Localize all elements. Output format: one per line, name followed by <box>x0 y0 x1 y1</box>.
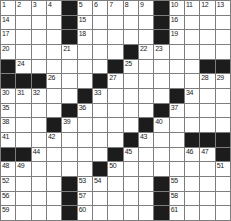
cell-r6c15[interactable]: 29 <box>216 74 230 88</box>
cell-r3c2[interactable] <box>16 30 30 44</box>
cell-r15c12[interactable]: 61 <box>170 206 184 220</box>
cell-r9c11[interactable]: 40 <box>154 118 168 132</box>
cell-r3c14[interactable] <box>200 30 214 44</box>
cell-r1c3[interactable]: 3 <box>32 1 46 15</box>
clue-number: 52 <box>2 177 9 184</box>
clue-number: 28 <box>201 74 208 81</box>
clue-number: 23 <box>155 45 162 52</box>
cell-r14c7[interactable] <box>93 192 107 206</box>
clue-number: 24 <box>17 60 24 67</box>
clue-number: 51 <box>217 162 224 169</box>
cell-r3c1[interactable]: 17 <box>1 30 15 44</box>
cell-r11c15 <box>216 148 230 162</box>
cell-r13c6[interactable]: 53 <box>78 177 92 191</box>
clue-number: 53 <box>79 177 86 184</box>
cell-r12c14[interactable] <box>200 162 214 176</box>
cell-r9c7[interactable] <box>93 118 107 132</box>
cell-r11c5[interactable] <box>62 148 76 162</box>
clue-number: 22 <box>140 45 147 52</box>
cell-r3c6[interactable]: 18 <box>78 30 92 44</box>
cell-r4c2[interactable] <box>16 45 30 59</box>
clue-number: 32 <box>33 89 40 96</box>
cell-r2c14[interactable] <box>200 16 214 30</box>
clue-number: 6 <box>94 1 98 8</box>
clue-number: 41 <box>2 133 9 140</box>
cell-r8c12[interactable]: 37 <box>170 104 184 118</box>
cell-r6c5[interactable] <box>62 74 76 88</box>
cell-r12c2[interactable]: 49 <box>16 162 30 176</box>
cell-r13c15[interactable] <box>216 177 230 191</box>
cell-r8c11 <box>154 104 168 118</box>
cell-r8c3[interactable] <box>32 104 46 118</box>
clue-number: 35 <box>2 104 9 111</box>
cell-r1c13[interactable]: 11 <box>185 1 199 15</box>
cell-r15c8[interactable] <box>108 206 122 220</box>
cell-r10c12[interactable] <box>170 133 184 147</box>
cell-r4c14[interactable] <box>200 45 214 59</box>
cell-r2c8[interactable] <box>108 16 122 30</box>
clue-number: 50 <box>109 162 116 169</box>
clue-number: 49 <box>17 162 24 169</box>
cell-r8c9[interactable] <box>124 104 138 118</box>
cell-r5c4[interactable] <box>47 60 61 74</box>
clue-number: 26 <box>48 74 55 81</box>
cell-r7c8[interactable] <box>108 89 122 103</box>
cell-r5c14 <box>200 60 214 74</box>
cell-r7c15[interactable] <box>216 89 230 103</box>
cell-r13c9[interactable] <box>124 177 138 191</box>
cell-r11c4[interactable] <box>47 148 61 162</box>
cell-r8c8[interactable] <box>108 104 122 118</box>
cell-r1c14[interactable]: 12 <box>200 1 214 15</box>
cell-r3c5 <box>62 30 76 44</box>
cell-r6c10[interactable] <box>139 74 153 88</box>
cell-r12c7 <box>93 162 107 176</box>
cell-r13c8[interactable] <box>108 177 122 191</box>
cell-r5c1 <box>1 60 15 74</box>
clue-number: 61 <box>171 206 178 213</box>
clue-number: 43 <box>140 133 147 140</box>
clue-number: 16 <box>171 16 178 23</box>
cell-r11c3[interactable]: 44 <box>32 148 46 162</box>
cell-r4c11[interactable]: 23 <box>154 45 168 59</box>
clue-number: 55 <box>171 177 178 184</box>
cell-r9c15[interactable] <box>216 118 230 132</box>
cell-r9c4 <box>47 118 61 132</box>
cell-r2c7[interactable] <box>93 16 107 30</box>
cell-r11c1 <box>1 148 15 162</box>
cell-r5c9[interactable]: 25 <box>124 60 138 74</box>
cell-r11c11[interactable] <box>154 148 168 162</box>
cell-r10c1[interactable]: 41 <box>1 133 15 147</box>
cell-r8c1[interactable]: 35 <box>1 104 15 118</box>
clue-number: 4 <box>48 1 52 8</box>
cell-r10c4[interactable]: 42 <box>47 133 61 147</box>
cell-r13c10[interactable] <box>139 177 153 191</box>
cell-r9c12[interactable] <box>170 118 184 132</box>
cell-r3c12[interactable]: 19 <box>170 30 184 44</box>
cell-r12c13[interactable] <box>185 162 199 176</box>
cell-r15c1[interactable]: 59 <box>1 206 15 220</box>
cell-r1c11 <box>154 1 168 15</box>
cell-r15c9[interactable] <box>124 206 138 220</box>
cell-r5c15 <box>216 60 230 74</box>
cell-r4c1[interactable]: 20 <box>1 45 15 59</box>
cell-r10c7[interactable] <box>93 133 107 147</box>
clue-number: 60 <box>79 206 86 213</box>
cell-r12c10[interactable] <box>139 162 153 176</box>
cell-r3c11 <box>154 30 168 44</box>
cell-r9c2[interactable] <box>16 118 30 132</box>
cell-r14c1[interactable]: 56 <box>1 192 15 206</box>
clue-number: 15 <box>79 16 86 23</box>
cell-r9c10 <box>139 118 153 132</box>
cell-r15c13[interactable] <box>185 206 199 220</box>
cell-r7c11[interactable] <box>154 89 168 103</box>
cell-r10c11[interactable] <box>154 133 168 147</box>
cell-r7c12 <box>170 89 184 103</box>
clue-number: 45 <box>125 148 132 155</box>
cell-r11c9[interactable]: 45 <box>124 148 138 162</box>
clue-number: 14 <box>2 16 9 23</box>
cell-r14c12[interactable]: 58 <box>170 192 184 206</box>
cell-r2c9[interactable] <box>124 16 138 30</box>
cell-r6c2 <box>16 74 30 88</box>
cell-r7c6 <box>78 89 92 103</box>
cell-r7c7[interactable]: 33 <box>93 89 107 103</box>
cell-r1c6[interactable]: 5 <box>78 1 92 15</box>
cell-r6c12[interactable] <box>170 74 184 88</box>
cell-r6c4[interactable]: 26 <box>47 74 61 88</box>
cell-r10c2[interactable] <box>16 133 30 147</box>
clue-number: 54 <box>94 177 101 184</box>
cell-r15c6[interactable]: 60 <box>78 206 92 220</box>
cell-r13c12[interactable]: 55 <box>170 177 184 191</box>
cell-r8c15[interactable] <box>216 104 230 118</box>
cell-r4c12[interactable] <box>170 45 184 59</box>
clue-number: 38 <box>2 118 9 125</box>
cell-r1c2[interactable]: 2 <box>16 1 30 15</box>
cell-r11c10[interactable] <box>139 148 153 162</box>
cell-r15c3[interactable] <box>32 206 46 220</box>
clue-number: 42 <box>48 133 55 140</box>
cell-r13c1[interactable]: 52 <box>1 177 15 191</box>
cell-r14c14[interactable] <box>200 192 214 206</box>
clue-number: 17 <box>2 30 9 37</box>
cell-r2c6[interactable]: 15 <box>78 16 92 30</box>
cell-r13c14[interactable] <box>200 177 214 191</box>
clue-number: 27 <box>109 74 116 81</box>
cell-r13c4[interactable] <box>47 177 61 191</box>
cell-r5c8 <box>108 60 122 74</box>
cell-r6c1 <box>1 74 15 88</box>
clue-number: 20 <box>2 45 9 52</box>
cell-r2c15[interactable] <box>216 16 230 30</box>
cell-r3c7[interactable] <box>93 30 107 44</box>
cell-r4c3[interactable] <box>32 45 46 59</box>
cell-r2c13[interactable] <box>185 16 199 30</box>
clue-number: 36 <box>79 104 86 111</box>
cell-r3c15[interactable] <box>216 30 230 44</box>
cell-r3c8[interactable] <box>108 30 122 44</box>
cell-r8c2[interactable] <box>16 104 30 118</box>
cell-r8c4[interactable] <box>47 104 61 118</box>
cell-r15c15[interactable] <box>216 206 230 220</box>
cell-r12c1[interactable]: 48 <box>1 162 15 176</box>
clue-number: 12 <box>201 1 208 8</box>
cell-r3c9[interactable] <box>124 30 138 44</box>
clue-number: 10 <box>171 1 178 8</box>
cell-r11c13[interactable]: 46 <box>185 148 199 162</box>
cell-r14c13[interactable] <box>185 192 199 206</box>
cell-r12c4[interactable] <box>47 162 61 176</box>
cell-r6c14[interactable]: 28 <box>200 74 214 88</box>
cell-r14c2[interactable] <box>16 192 30 206</box>
cell-r1c8[interactable]: 7 <box>108 1 122 15</box>
clue-number: 5 <box>79 1 83 8</box>
cell-r14c15[interactable] <box>216 192 230 206</box>
crossword-grid: 1234567891011121314151617181920212223242… <box>0 0 231 221</box>
cell-r15c5 <box>62 206 76 220</box>
clue-number: 40 <box>155 118 162 125</box>
cell-r2c2[interactable] <box>16 16 30 30</box>
cell-r12c3[interactable] <box>32 162 46 176</box>
cell-r12c6[interactable] <box>78 162 92 176</box>
cell-r2c4[interactable] <box>47 16 61 30</box>
clue-number: 11 <box>186 1 192 8</box>
cell-r10c14 <box>200 133 214 147</box>
cell-r12c12[interactable] <box>170 162 184 176</box>
clue-number: 3 <box>33 1 37 8</box>
cell-r4c10[interactable]: 22 <box>139 45 153 59</box>
cell-r2c5 <box>62 16 76 30</box>
cell-r14c11 <box>154 192 168 206</box>
cell-r11c7[interactable] <box>93 148 107 162</box>
cell-r4c15[interactable] <box>216 45 230 59</box>
cell-r4c7[interactable] <box>93 45 107 59</box>
cell-r6c6[interactable] <box>78 74 92 88</box>
cell-r4c8[interactable] <box>108 45 122 59</box>
clue-number: 46 <box>186 148 193 155</box>
cell-r8c5 <box>62 104 76 118</box>
cell-r13c5 <box>62 177 76 191</box>
cell-r1c1[interactable]: 1 <box>1 1 15 15</box>
cell-r14c9[interactable] <box>124 192 138 206</box>
cell-r2c10[interactable] <box>139 16 153 30</box>
cell-r10c10[interactable]: 43 <box>139 133 153 147</box>
cell-r7c5[interactable] <box>62 89 76 103</box>
cell-r15c2[interactable] <box>16 206 30 220</box>
cell-r14c3[interactable] <box>32 192 46 206</box>
cell-r8c7[interactable] <box>93 104 107 118</box>
clue-number: 34 <box>186 89 193 96</box>
cell-r1c12[interactable]: 10 <box>170 1 184 15</box>
cell-r8c14[interactable] <box>200 104 214 118</box>
cell-r1c15[interactable]: 13 <box>216 1 230 15</box>
cell-r2c3[interactable] <box>32 16 46 30</box>
cell-r1c10[interactable]: 9 <box>139 1 153 15</box>
cell-r14c10[interactable] <box>139 192 153 206</box>
cell-r6c8[interactable]: 27 <box>108 74 122 88</box>
cell-r3c13[interactable] <box>185 30 199 44</box>
cell-r5c11[interactable] <box>154 60 168 74</box>
cell-r1c9[interactable]: 8 <box>124 1 138 15</box>
clue-number: 48 <box>2 162 9 169</box>
cell-r15c4[interactable] <box>47 206 61 220</box>
clue-number: 19 <box>171 30 178 37</box>
cell-r11c2 <box>16 148 30 162</box>
cell-r4c6[interactable] <box>78 45 92 59</box>
cell-r9c6[interactable] <box>78 118 92 132</box>
cell-r5c3[interactable] <box>32 60 46 74</box>
cell-r5c6[interactable] <box>78 60 92 74</box>
clue-number: 2 <box>17 1 21 8</box>
cell-r8c10[interactable] <box>139 104 153 118</box>
cell-r10c13 <box>185 133 199 147</box>
cell-r13c13[interactable] <box>185 177 199 191</box>
cell-r1c5 <box>62 1 76 15</box>
cell-r5c10[interactable] <box>139 60 153 74</box>
cell-r12c11[interactable] <box>154 162 168 176</box>
cell-r5c5[interactable] <box>62 60 76 74</box>
cell-r7c2[interactable]: 31 <box>16 89 30 103</box>
cell-r6c11[interactable] <box>154 74 168 88</box>
clue-number: 1 <box>2 1 6 8</box>
cell-r14c4[interactable] <box>47 192 61 206</box>
cell-r12c5[interactable] <box>62 162 76 176</box>
clue-number: 47 <box>201 148 208 155</box>
cell-r12c9[interactable] <box>124 162 138 176</box>
cell-r9c1[interactable]: 38 <box>1 118 15 132</box>
cell-r2c1[interactable]: 14 <box>1 16 15 30</box>
cell-r8c13[interactable] <box>185 104 199 118</box>
clue-number: 18 <box>79 30 86 37</box>
clue-number: 39 <box>63 118 70 125</box>
cell-r4c4[interactable] <box>47 45 61 59</box>
cell-r10c9 <box>124 133 138 147</box>
cell-r10c5[interactable] <box>62 133 76 147</box>
clue-number: 25 <box>125 60 132 67</box>
cell-r12c15[interactable]: 51 <box>216 162 230 176</box>
cell-r9c5[interactable]: 39 <box>62 118 76 132</box>
clue-number: 44 <box>33 148 40 155</box>
clue-number: 59 <box>2 206 9 213</box>
cell-r6c3 <box>32 74 46 88</box>
cell-r13c11 <box>154 177 168 191</box>
cell-r4c9 <box>124 45 138 59</box>
cell-r13c2[interactable] <box>16 177 30 191</box>
cell-r3c10[interactable] <box>139 30 153 44</box>
clue-number: 29 <box>217 74 224 81</box>
cell-r6c7 <box>93 74 107 88</box>
cell-r15c10[interactable] <box>139 206 153 220</box>
clue-number: 58 <box>171 192 178 199</box>
cell-r2c12[interactable]: 16 <box>170 16 184 30</box>
cell-r15c11 <box>154 206 168 220</box>
cell-r7c4[interactable] <box>47 89 61 103</box>
cell-r2c11 <box>154 16 168 30</box>
cell-r7c14[interactable] <box>200 89 214 103</box>
cell-r9c13[interactable] <box>185 118 199 132</box>
clue-number: 8 <box>125 1 129 8</box>
cell-r7c10[interactable] <box>139 89 153 103</box>
cell-r3c3[interactable] <box>32 30 46 44</box>
cell-r6c13[interactable] <box>185 74 199 88</box>
cell-r10c3[interactable] <box>32 133 46 147</box>
clue-number: 56 <box>2 192 9 199</box>
cell-r15c7[interactable] <box>93 206 107 220</box>
cell-r13c3[interactable] <box>32 177 46 191</box>
cell-r5c7[interactable] <box>93 60 107 74</box>
clue-number: 57 <box>79 192 86 199</box>
cell-r13c7[interactable]: 54 <box>93 177 107 191</box>
cell-r14c8[interactable] <box>108 192 122 206</box>
clue-number: 9 <box>140 1 144 8</box>
clue-number: 33 <box>94 89 101 96</box>
cell-r14c6[interactable]: 57 <box>78 192 92 206</box>
cell-r11c12[interactable] <box>170 148 184 162</box>
cell-r14c5 <box>62 192 76 206</box>
clue-number: 7 <box>109 1 113 8</box>
cell-r7c13[interactable]: 34 <box>185 89 199 103</box>
cell-r4c5[interactable]: 21 <box>62 45 76 59</box>
clue-number: 21 <box>63 45 70 52</box>
cell-r7c3[interactable]: 32 <box>32 89 46 103</box>
cell-r9c8[interactable] <box>108 118 122 132</box>
cell-r7c9[interactable] <box>124 89 138 103</box>
cell-r15c14[interactable] <box>200 206 214 220</box>
cell-r4c13[interactable] <box>185 45 199 59</box>
cell-r6c9[interactable] <box>124 74 138 88</box>
clue-number: 30 <box>2 89 9 96</box>
cell-r9c3[interactable] <box>32 118 46 132</box>
cell-r3c4[interactable] <box>47 30 61 44</box>
cell-r5c2[interactable]: 24 <box>16 60 30 74</box>
cell-r9c14[interactable] <box>200 118 214 132</box>
cell-r9c9[interactable] <box>124 118 138 132</box>
cell-r11c6[interactable] <box>78 148 92 162</box>
clue-number: 37 <box>171 104 178 111</box>
cell-r1c7[interactable]: 6 <box>93 1 107 15</box>
clue-number: 13 <box>217 1 224 8</box>
cell-r10c6[interactable] <box>78 133 92 147</box>
cell-r1c4[interactable]: 4 <box>47 1 61 15</box>
cell-r12c8[interactable]: 50 <box>108 162 122 176</box>
cell-r5c12[interactable] <box>170 60 184 74</box>
cell-r10c8[interactable] <box>108 133 122 147</box>
cell-r5c13[interactable] <box>185 60 199 74</box>
cell-r8c6[interactable]: 36 <box>78 104 92 118</box>
cell-r7c1[interactable]: 30 <box>1 89 15 103</box>
cell-r11c8 <box>108 148 122 162</box>
clue-number: 31 <box>17 89 24 96</box>
cell-r10c15 <box>216 133 230 147</box>
cell-r11c14[interactable]: 47 <box>200 148 214 162</box>
